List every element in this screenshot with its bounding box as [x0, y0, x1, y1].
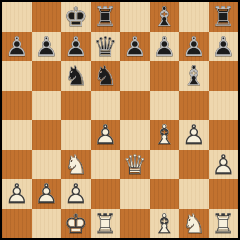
white-king: ♚♔	[61, 209, 91, 239]
square-a1[interactable]	[2, 209, 32, 239]
square-g3[interactable]	[179, 150, 209, 180]
white-pawn-outline-glyph: ♙	[211, 151, 235, 178]
white-pawn: ♟♙	[179, 120, 209, 150]
black-pawn-outline-glyph: ♙	[182, 33, 206, 60]
black-bishop: ♝♗	[150, 2, 180, 32]
square-d7[interactable]: ♛♕	[91, 32, 121, 62]
black-pawn-outline-glyph: ♙	[211, 33, 235, 60]
square-e2[interactable]	[120, 179, 150, 209]
square-e4[interactable]	[120, 120, 150, 150]
white-queen-outline-glyph: ♕	[123, 151, 147, 178]
black-pawn-outline-glyph: ♙	[152, 33, 176, 60]
square-b7[interactable]: ♟♙	[32, 32, 62, 62]
square-d2[interactable]	[91, 179, 121, 209]
square-g8[interactable]	[179, 2, 209, 32]
square-g6[interactable]: ♝♗	[179, 61, 209, 91]
black-king: ♚♔	[61, 2, 91, 32]
black-pawn: ♟♙	[209, 32, 239, 62]
square-a2[interactable]: ♟♙	[2, 179, 32, 209]
square-b4[interactable]	[32, 120, 62, 150]
square-h1[interactable]: ♜♖	[209, 209, 239, 239]
white-bishop-outline-glyph: ♗	[152, 121, 176, 148]
white-pawn-outline-glyph: ♙	[64, 180, 88, 207]
white-rook-outline-glyph: ♖	[93, 210, 117, 237]
square-c4[interactable]	[61, 120, 91, 150]
white-rook-outline-glyph: ♖	[211, 210, 235, 237]
white-knight: ♞♘	[61, 150, 91, 180]
white-pawn-outline-glyph: ♙	[5, 180, 29, 207]
square-b5[interactable]	[32, 91, 62, 121]
square-g5[interactable]	[179, 91, 209, 121]
square-d3[interactable]	[91, 150, 121, 180]
black-pawn: ♟♙	[2, 32, 32, 62]
white-knight: ♞♘	[179, 209, 209, 239]
square-f1[interactable]: ♝♗	[150, 209, 180, 239]
square-a6[interactable]	[2, 61, 32, 91]
white-pawn: ♟♙	[32, 179, 62, 209]
square-h6[interactable]	[209, 61, 239, 91]
white-pawn-outline-glyph: ♙	[34, 180, 58, 207]
black-pawn: ♟♙	[120, 32, 150, 62]
black-knight-outline-glyph: ♘	[64, 62, 88, 89]
square-c8[interactable]: ♚♔	[61, 2, 91, 32]
square-f2[interactable]	[150, 179, 180, 209]
square-c2[interactable]: ♟♙	[61, 179, 91, 209]
black-pawn: ♟♙	[179, 32, 209, 62]
white-queen: ♛♕	[120, 150, 150, 180]
black-rook-outline-glyph: ♖	[211, 3, 235, 30]
square-c5[interactable]	[61, 91, 91, 121]
white-knight-outline-glyph: ♘	[182, 210, 206, 237]
black-pawn: ♟♙	[150, 32, 180, 62]
square-e8[interactable]	[120, 2, 150, 32]
white-pawn-outline-glyph: ♙	[93, 121, 117, 148]
black-pawn-outline-glyph: ♙	[64, 33, 88, 60]
square-h7[interactable]: ♟♙	[209, 32, 239, 62]
square-d5[interactable]	[91, 91, 121, 121]
square-b8[interactable]	[32, 2, 62, 32]
white-pawn: ♟♙	[91, 120, 121, 150]
square-g2[interactable]	[179, 179, 209, 209]
white-rook: ♜♖	[209, 209, 239, 239]
square-c6[interactable]: ♞♘	[61, 61, 91, 91]
square-c3[interactable]: ♞♘	[61, 150, 91, 180]
white-bishop-outline-glyph: ♗	[152, 210, 176, 237]
black-bishop-outline-glyph: ♗	[152, 3, 176, 30]
black-knight: ♞♘	[91, 61, 121, 91]
black-pawn-outline-glyph: ♙	[123, 33, 147, 60]
white-rook: ♜♖	[91, 209, 121, 239]
square-f7[interactable]: ♟♙	[150, 32, 180, 62]
square-b3[interactable]	[32, 150, 62, 180]
black-bishop: ♝♗	[179, 61, 209, 91]
white-pawn: ♟♙	[209, 150, 239, 180]
black-pawn-outline-glyph: ♙	[5, 33, 29, 60]
square-h3[interactable]: ♟♙	[209, 150, 239, 180]
white-pawn: ♟♙	[61, 179, 91, 209]
square-f4[interactable]: ♝♗	[150, 120, 180, 150]
black-king-outline-glyph: ♔	[64, 3, 88, 30]
square-b1[interactable]	[32, 209, 62, 239]
white-bishop: ♝♗	[150, 120, 180, 150]
square-b6[interactable]	[32, 61, 62, 91]
square-g7[interactable]: ♟♙	[179, 32, 209, 62]
square-h5[interactable]	[209, 91, 239, 121]
square-d4[interactable]: ♟♙	[91, 120, 121, 150]
white-king-outline-glyph: ♔	[64, 210, 88, 237]
black-rook: ♜♖	[91, 2, 121, 32]
black-pawn: ♟♙	[32, 32, 62, 62]
white-pawn-outline-glyph: ♙	[182, 121, 206, 148]
square-e6[interactable]	[120, 61, 150, 91]
black-queen: ♛♕	[91, 32, 121, 62]
black-pawn: ♟♙	[61, 32, 91, 62]
square-a4[interactable]	[2, 120, 32, 150]
square-c1[interactable]: ♚♔	[61, 209, 91, 239]
black-knight: ♞♘	[61, 61, 91, 91]
square-d1[interactable]: ♜♖	[91, 209, 121, 239]
square-h4[interactable]	[209, 120, 239, 150]
square-g1[interactable]: ♞♘	[179, 209, 209, 239]
white-pawn: ♟♙	[2, 179, 32, 209]
white-knight-outline-glyph: ♘	[64, 151, 88, 178]
square-f3[interactable]	[150, 150, 180, 180]
square-e5[interactable]	[120, 91, 150, 121]
square-e7[interactable]: ♟♙	[120, 32, 150, 62]
white-bishop: ♝♗	[150, 209, 180, 239]
square-h8[interactable]: ♜♖	[209, 2, 239, 32]
square-f6[interactable]	[150, 61, 180, 91]
chess-board: ♚♔♜♖♝♗♜♖♟♙♟♙♟♙♛♕♟♙♟♙♟♙♟♙♞♘♞♘♝♗♟♙♝♗♟♙♞♘♛♕…	[0, 0, 240, 240]
square-b2[interactable]: ♟♙	[32, 179, 62, 209]
black-bishop-outline-glyph: ♗	[182, 62, 206, 89]
black-rook: ♜♖	[209, 2, 239, 32]
black-knight-outline-glyph: ♘	[93, 62, 117, 89]
square-a5[interactable]	[2, 91, 32, 121]
square-e1[interactable]	[120, 209, 150, 239]
black-pawn-outline-glyph: ♙	[34, 33, 58, 60]
square-d6[interactable]: ♞♘	[91, 61, 121, 91]
square-a8[interactable]	[2, 2, 32, 32]
square-h2[interactable]	[209, 179, 239, 209]
black-rook-outline-glyph: ♖	[93, 3, 117, 30]
square-f8[interactable]: ♝♗	[150, 2, 180, 32]
square-g4[interactable]: ♟♙	[179, 120, 209, 150]
black-queen-outline-glyph: ♕	[93, 33, 117, 60]
square-d8[interactable]: ♜♖	[91, 2, 121, 32]
square-c7[interactable]: ♟♙	[61, 32, 91, 62]
square-f5[interactable]	[150, 91, 180, 121]
square-e3[interactable]: ♛♕	[120, 150, 150, 180]
square-a7[interactable]: ♟♙	[2, 32, 32, 62]
square-a3[interactable]	[2, 150, 32, 180]
